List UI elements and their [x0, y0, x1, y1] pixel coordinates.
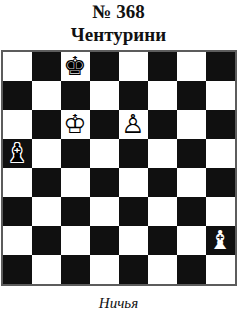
square-a6 — [3, 110, 32, 139]
chess-diagram-page: № 368 Чентурини ♚♔♙♝♝ Ничья — [0, 0, 237, 315]
square-f7 — [148, 81, 177, 110]
square-e7 — [119, 81, 148, 110]
square-b8 — [32, 52, 61, 81]
square-a4 — [3, 168, 32, 197]
square-c7 — [61, 81, 90, 110]
square-e2 — [119, 226, 148, 255]
square-c5 — [61, 139, 90, 168]
result-caption: Ничья — [0, 295, 237, 312]
square-h4 — [206, 168, 235, 197]
square-a1 — [3, 255, 32, 284]
square-c8: ♚ — [61, 52, 90, 81]
square-b6 — [32, 110, 61, 139]
square-g4 — [177, 168, 206, 197]
square-d2 — [90, 226, 119, 255]
puzzle-number: № 368 — [0, 1, 237, 23]
square-f1 — [148, 255, 177, 284]
black-king: ♚ — [63, 52, 86, 81]
chess-board: ♚♔♙♝♝ — [1, 50, 237, 286]
square-a5: ♝ — [3, 139, 32, 168]
square-f6 — [148, 110, 177, 139]
square-g6 — [177, 110, 206, 139]
square-h1 — [206, 255, 235, 284]
square-b1 — [32, 255, 61, 284]
square-g1 — [177, 255, 206, 284]
square-e4 — [119, 168, 148, 197]
square-b2 — [32, 226, 61, 255]
diagram-header: № 368 Чентурини — [0, 0, 237, 47]
black-bishop: ♝ — [5, 139, 28, 168]
square-d8 — [90, 52, 119, 81]
square-a2 — [3, 226, 32, 255]
square-c4 — [61, 168, 90, 197]
composer-name: Чентурини — [0, 23, 237, 47]
square-g2 — [177, 226, 206, 255]
square-a3 — [3, 197, 32, 226]
square-b7 — [32, 81, 61, 110]
square-f2 — [148, 226, 177, 255]
square-c1 — [61, 255, 90, 284]
white-pawn: ♙ — [121, 110, 144, 139]
square-h2: ♝ — [206, 226, 235, 255]
square-e5 — [119, 139, 148, 168]
square-b3 — [32, 197, 61, 226]
square-h6 — [206, 110, 235, 139]
square-c2 — [61, 226, 90, 255]
square-b4 — [32, 168, 61, 197]
square-f3 — [148, 197, 177, 226]
square-d6 — [90, 110, 119, 139]
square-h7 — [206, 81, 235, 110]
square-f4 — [148, 168, 177, 197]
square-g5 — [177, 139, 206, 168]
square-d4 — [90, 168, 119, 197]
square-e8 — [119, 52, 148, 81]
square-c3 — [61, 197, 90, 226]
white-king: ♔ — [63, 110, 86, 139]
square-d5 — [90, 139, 119, 168]
square-g3 — [177, 197, 206, 226]
square-g7 — [177, 81, 206, 110]
square-b5 — [32, 139, 61, 168]
square-a7 — [3, 81, 32, 110]
square-e1 — [119, 255, 148, 284]
square-e3 — [119, 197, 148, 226]
square-f8 — [148, 52, 177, 81]
square-d7 — [90, 81, 119, 110]
square-g8 — [177, 52, 206, 81]
square-h5 — [206, 139, 235, 168]
square-d3 — [90, 197, 119, 226]
square-f5 — [148, 139, 177, 168]
square-h8 — [206, 52, 235, 81]
square-h3 — [206, 197, 235, 226]
square-e6: ♙ — [119, 110, 148, 139]
square-c6: ♔ — [61, 110, 90, 139]
square-a8 — [3, 52, 32, 81]
white-bishop: ♝ — [208, 226, 231, 255]
square-d1 — [90, 255, 119, 284]
